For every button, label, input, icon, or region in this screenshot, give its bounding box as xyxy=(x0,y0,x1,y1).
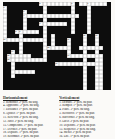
clue-number-14: 14 xyxy=(11,50,13,52)
clue-number-3: 3 xyxy=(3,6,4,8)
across-clue-19: 19. Retomber. 2ᵉ pers. du plur. xyxy=(3,135,55,139)
clue-number-9: 9 xyxy=(19,30,20,32)
crossword-grid: 25136478910131116121415171819 xyxy=(3,2,111,90)
clue-text: Raccorder. 2ᵉ pers. du sing. xyxy=(62,116,95,119)
clue-text: Deviner. 2ᵉ pers. du plur. xyxy=(8,128,38,131)
clue-number-1: 1 xyxy=(87,2,88,4)
down-clues: Verticalement 1. Détruire. 2ᵉ pers. du p… xyxy=(59,96,114,139)
clue-text: Lire. 1ʳᵉ pers. du plur. xyxy=(64,135,90,138)
across-clue-list: 2. Remonter. 2ᵉ pers. du sing.4. Apprend… xyxy=(3,101,55,139)
clue-text: Apprendre. 2ᵉ pers. du sing. xyxy=(6,104,39,107)
clue-text: Retomber. 2ᵉ pers. du plur. xyxy=(8,135,40,138)
down-clue-list: 1. Détruire. 2ᵉ pers. du plur.3. Remplir… xyxy=(59,101,114,139)
clue-text: Escalader. 1ʳᵉ pers. du plur. xyxy=(6,108,38,111)
clue-text: Comprendre. 1ʳᵉ pers. du plur. xyxy=(8,124,44,127)
down-clue-16: 16. Lire. 1ʳᵉ pers. du plur. xyxy=(59,135,114,139)
clue-number-17: 17 xyxy=(67,54,69,56)
clue-number-12: 12 xyxy=(47,46,49,48)
clue-number-7: 7 xyxy=(39,22,40,24)
clue-number-5: 5 xyxy=(71,2,72,4)
clue-text: Remonter. 2ᵉ pers. du sing. xyxy=(6,101,38,104)
clue-text: Remplir. 1ʳᵉ pers. du plur. xyxy=(62,104,93,107)
block-cell xyxy=(107,86,111,90)
clue-number-8: 8 xyxy=(15,30,16,32)
across-clues: Horizontalement 2. Remonter. 2ᵉ pers. du… xyxy=(3,96,55,139)
clue-text: Déplaire. 1ʳᵉ pers. du plur. xyxy=(8,131,39,134)
clue-number-4: 4 xyxy=(23,14,24,16)
clue-number-15: 15 xyxy=(7,54,9,56)
clue-number-10: 10 xyxy=(83,34,85,36)
clue-text: Jurer. 2ᵉ pers. du sing. xyxy=(8,120,34,123)
clue-number-11: 11 xyxy=(3,38,5,40)
clue-section: Horizontalement 2. Remonter. 2ᵉ pers. du… xyxy=(3,96,114,139)
clue-number-13: 13 xyxy=(95,34,97,36)
clue-text: Détruire. 2ᵉ pers. du plur. xyxy=(62,101,92,104)
clue-text: Recevoir. 2ᵉ pers. du sing. xyxy=(7,116,38,119)
clue-text: Ajouter. 1ʳᵉ pers. du plur. xyxy=(6,112,36,115)
clue-number-6: 6 xyxy=(23,10,24,12)
crossword-worksheet: 25136478910131116121415171819 Horizontal… xyxy=(0,0,115,139)
clue-text: Plaire. 2ᵉ pers. du sing. xyxy=(62,108,90,111)
clue-number-19: 19 xyxy=(55,62,57,64)
clue-text: Lacer. 3ᵉ pers. du plur. xyxy=(62,120,89,123)
clue-text: Mener. 2ᵉ pers. du plur. xyxy=(64,131,92,134)
clue-number-2: 2 xyxy=(39,2,40,4)
clue-number-18: 18 xyxy=(7,58,9,60)
clue-text: Dépendre. 2ᵉ pers. du plur. xyxy=(64,124,96,127)
clue-text: Respecter. 2ᵉ pers. du sing. xyxy=(64,128,96,131)
clue-number-16: 16 xyxy=(67,38,69,40)
clue-text: Recouvrir. 1ʳᵉ pers. du plur. xyxy=(62,112,95,115)
